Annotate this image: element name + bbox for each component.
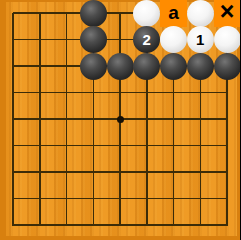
go-board[interactable]: a×21 (0, 0, 240, 240)
black-stone (80, 53, 107, 80)
white-stone (187, 0, 214, 27)
black-stone (80, 26, 107, 53)
grid-line-horizontal (13, 224, 228, 226)
move-number-1: 1 (196, 32, 204, 47)
x-mark-icon: × (220, 0, 235, 27)
black-stone (160, 53, 187, 80)
black-stone (187, 53, 214, 80)
black-stone (133, 53, 160, 80)
black-stone (80, 0, 107, 27)
white-stone: 1 (187, 26, 214, 53)
black-stone (107, 53, 134, 80)
hoshi-point (117, 116, 124, 123)
grid-line-horizontal (13, 198, 228, 200)
point-label-text: a (168, 3, 179, 23)
cross-marked-point[interactable]: × (214, 0, 241, 27)
grid-line-horizontal (13, 171, 228, 173)
grid-line-horizontal (13, 145, 228, 147)
move-number-2: 2 (143, 32, 151, 47)
white-stone (133, 0, 160, 27)
label-a-point[interactable]: a (160, 0, 187, 27)
white-stone (214, 26, 241, 53)
black-stone: 2 (133, 26, 160, 53)
black-stone (214, 53, 241, 80)
white-stone (160, 26, 187, 53)
